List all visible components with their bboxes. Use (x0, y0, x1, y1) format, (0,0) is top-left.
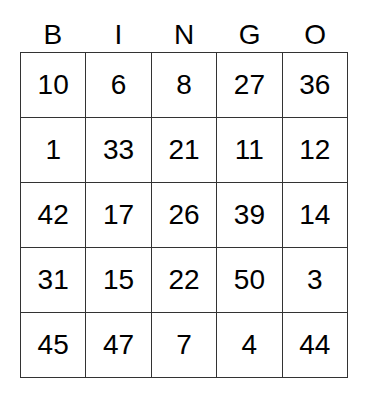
cell-r1c3[interactable]: 11 (217, 118, 282, 183)
cell-r4c4[interactable]: 44 (283, 313, 348, 378)
cell-r2c4[interactable]: 14 (283, 183, 348, 248)
cell-r2c0[interactable]: 42 (21, 183, 86, 248)
cell-r1c0[interactable]: 1 (21, 118, 86, 183)
cell-r3c0[interactable]: 31 (21, 248, 86, 313)
header-letter-o: O (282, 18, 348, 52)
cell-r2c3[interactable]: 39 (217, 183, 282, 248)
cell-r4c1[interactable]: 47 (86, 313, 151, 378)
cell-r0c1[interactable]: 6 (86, 53, 151, 118)
cell-r3c1[interactable]: 15 (86, 248, 151, 313)
cell-r3c3[interactable]: 50 (217, 248, 282, 313)
cell-r3c2[interactable]: 22 (152, 248, 217, 313)
cell-r0c0[interactable]: 10 (21, 53, 86, 118)
cell-r0c2[interactable]: 8 (152, 53, 217, 118)
header-letter-b: B (20, 18, 86, 52)
header-letter-n: N (151, 18, 217, 52)
bingo-grid: 10 6 8 27 36 1 33 21 11 12 42 17 26 39 1… (20, 52, 348, 378)
cell-r1c4[interactable]: 12 (283, 118, 348, 183)
cell-r2c2[interactable]: 26 (152, 183, 217, 248)
bingo-header: B I N G O (20, 18, 348, 52)
bingo-card: B I N G O 10 6 8 27 36 1 33 21 11 12 42 … (20, 18, 348, 378)
cell-r4c0[interactable]: 45 (21, 313, 86, 378)
cell-r3c4[interactable]: 3 (283, 248, 348, 313)
cell-r0c4[interactable]: 36 (283, 53, 348, 118)
cell-r4c3[interactable]: 4 (217, 313, 282, 378)
cell-r1c2[interactable]: 21 (152, 118, 217, 183)
header-letter-g: G (217, 18, 283, 52)
cell-r2c1[interactable]: 17 (86, 183, 151, 248)
header-letter-i: I (86, 18, 152, 52)
cell-r0c3[interactable]: 27 (217, 53, 282, 118)
cell-r1c1[interactable]: 33 (86, 118, 151, 183)
cell-r4c2[interactable]: 7 (152, 313, 217, 378)
